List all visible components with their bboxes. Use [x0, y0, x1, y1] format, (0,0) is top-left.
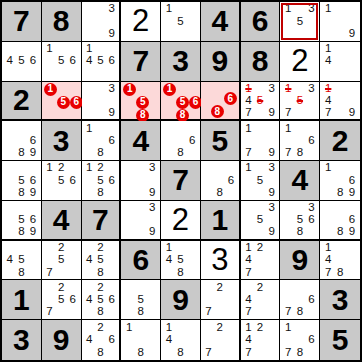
cell-r8c9[interactable]: 3 [320, 280, 360, 320]
candidate-empty [16, 67, 28, 79]
candidate-empty [4, 202, 16, 214]
candidate-empty [123, 109, 136, 122]
candidate-empty [346, 15, 358, 27]
cell-r1c7[interactable]: 6 [241, 2, 281, 42]
candidate-empty [175, 122, 187, 134]
cell-r8c2[interactable]: 2567 [42, 280, 82, 320]
candidate-empty [306, 226, 318, 238]
candidate-empty [225, 334, 236, 347]
cell-r6c1[interactable]: 5689 [2, 201, 42, 241]
cell-r5c7[interactable]: 1359 [241, 161, 281, 201]
candidate-empty [186, 266, 198, 278]
candidate-9: 9 [27, 147, 39, 159]
candidate-empty [136, 83, 149, 96]
candidate-1: 1 [322, 242, 334, 254]
candidate-6: 6 [306, 214, 318, 226]
candidate-grid: 1689 [320, 161, 360, 200]
candidate-5: 5 [16, 55, 28, 67]
candidate-empty [346, 43, 358, 55]
candidate-6: 6 [27, 55, 39, 67]
cell-r6c9[interactable]: 689 [320, 201, 360, 241]
candidate-5: 5 [95, 254, 106, 266]
cell-r1c1[interactable]: 7 [2, 2, 42, 42]
candidate-1: 1 [243, 122, 255, 134]
candidate-3: 3 [266, 162, 278, 174]
candidate-1: 1 [123, 321, 135, 334]
candidate-5-circled: 5 [176, 96, 189, 109]
candidate-empty [67, 266, 79, 278]
candidate-empty [322, 174, 334, 186]
candidate-empty [27, 122, 39, 134]
candidate-empty [106, 242, 117, 254]
candidate-4: 4 [84, 294, 95, 306]
cell-r6c2[interactable]: 4 [42, 201, 82, 241]
cell-r9c8[interactable]: 1678 [280, 320, 320, 360]
cell-r5c2[interactable]: 1256 [42, 161, 82, 201]
candidate-empty [123, 187, 135, 199]
given-digit: 2 [2, 82, 41, 120]
candidate-grid: 18 [121, 320, 160, 360]
candidate-empty [334, 242, 346, 254]
candidate-empty [44, 96, 57, 109]
candidate-empty [175, 28, 187, 40]
cell-r7c6[interactable]: 3 [201, 241, 241, 281]
candidate-4: 4 [4, 254, 16, 266]
cell-r4c2[interactable]: 3 [42, 121, 82, 161]
candidate-5-circled: 5 [57, 96, 70, 109]
candidate-grid: 1359 [241, 161, 280, 200]
cell-r4c4[interactable]: 4 [121, 121, 161, 161]
candidate-empty [123, 214, 135, 226]
candidate-8: 8 [95, 306, 106, 318]
cell-r2c8[interactable]: 2 [280, 42, 320, 82]
candidate-empty [306, 28, 318, 40]
candidate-grid: 179 [241, 121, 280, 160]
candidate-grid: 1247 [241, 241, 280, 280]
candidate-5-eliminated: 5 [254, 94, 266, 106]
cell-r6c8[interactable]: 3568 [280, 201, 320, 241]
candidate-empty [282, 214, 294, 226]
candidate-9: 9 [346, 28, 358, 40]
candidate-empty [67, 281, 79, 293]
cell-r9c2[interactable]: 9 [42, 320, 82, 360]
candidate-grid: 58 [121, 280, 160, 319]
candidate-6-circled: 6 [224, 92, 237, 105]
candidate-empty [322, 226, 334, 238]
cell-r2c3[interactable]: 1456 [82, 42, 122, 82]
candidate-6: 6 [346, 174, 358, 186]
candidate-6: 6 [306, 294, 318, 306]
cell-r7c1[interactable]: 458 [2, 241, 42, 281]
candidate-empty [294, 28, 306, 40]
candidate-empty [294, 334, 306, 347]
cell-r1c9[interactable]: 19 [320, 2, 360, 42]
candidate-1-circled: 1 [163, 83, 176, 96]
candidate-1: 1 [163, 321, 175, 334]
candidate-empty [106, 94, 117, 106]
cell-r9c6[interactable]: 27 [201, 320, 241, 360]
candidate-empty [282, 135, 294, 147]
candidate-empty [176, 83, 189, 96]
candidate-empty [55, 43, 67, 55]
cell-r4c7[interactable]: 179 [241, 121, 281, 161]
candidate-empty [135, 174, 147, 186]
candidate-empty [346, 83, 358, 95]
candidate-grid: 5689 [2, 201, 41, 239]
candidate-empty [84, 135, 95, 147]
cell-r9c3[interactable]: 2468 [82, 320, 122, 360]
candidate-empty [4, 187, 16, 199]
candidate-7: 7 [282, 147, 294, 159]
cell-r1c8[interactable]: 135 [280, 2, 320, 42]
candidate-empty [84, 174, 95, 186]
candidate-grid: 68 [201, 161, 239, 200]
cell-r2c4[interactable]: 7 [121, 42, 161, 82]
cell-r1c4[interactable]: 2 [121, 2, 161, 42]
candidate-grid: 68 [161, 121, 200, 160]
cell-r3c7[interactable]: 134579 [241, 82, 281, 122]
candidate-empty [254, 122, 266, 134]
candidate-8: 8 [175, 346, 187, 359]
candidate-empty [306, 321, 318, 334]
candidate-empty [55, 306, 67, 318]
cell-r5c8[interactable]: 4 [280, 161, 320, 201]
cell-r6c5[interactable]: 2 [161, 201, 201, 241]
solved-digit: 2 [280, 42, 319, 81]
cell-r9c1[interactable]: 3 [2, 320, 42, 360]
candidate-empty [186, 242, 198, 254]
candidate-empty [214, 162, 225, 174]
candidate-grid: 15 [161, 2, 200, 41]
candidate-empty [163, 28, 175, 40]
candidate-8: 8 [294, 226, 306, 238]
cell-r3c6[interactable]: 68 [201, 82, 241, 122]
cell-r3c8[interactable]: 1357 [280, 82, 320, 122]
candidate-grid: 1456 [82, 42, 120, 81]
cell-r3c1[interactable]: 2 [2, 82, 42, 122]
candidate-empty [334, 28, 346, 40]
cell-r6c7[interactable]: 359 [241, 201, 281, 241]
candidate-6: 6 [106, 55, 117, 67]
candidate-8: 8 [135, 346, 147, 359]
candidate-empty [106, 122, 117, 134]
candidate-empty [16, 242, 28, 254]
candidate-6: 6 [27, 214, 39, 226]
candidate-grid: 458 [2, 241, 41, 280]
candidate-8: 8 [95, 346, 106, 359]
candidate-empty [67, 306, 79, 318]
candidate-empty [4, 122, 16, 134]
cell-r2c1[interactable]: 456 [2, 42, 42, 82]
candidate-empty [84, 94, 95, 106]
cell-r1c2[interactable]: 8 [42, 2, 82, 42]
candidate-empty [334, 254, 346, 266]
candidate-empty [225, 346, 236, 359]
candidate-empty [346, 67, 358, 79]
candidate-4: 4 [322, 55, 334, 67]
cell-r1c3[interactable]: 39 [82, 2, 122, 42]
candidate-empty [322, 214, 334, 226]
candidate-5-circled: 5 [136, 96, 149, 109]
given-digit: 4 [201, 2, 239, 41]
candidate-6: 6 [106, 135, 117, 147]
cell-r2c6[interactable]: 9 [201, 42, 241, 82]
candidate-empty [282, 202, 294, 214]
candidate-grid: 39 [121, 201, 160, 239]
candidate-empty [84, 28, 95, 40]
cell-r4c1[interactable]: 689 [2, 121, 42, 161]
candidate-6: 6 [106, 334, 117, 347]
candidate-empty [163, 266, 175, 278]
cell-r5c1[interactable]: 5689 [2, 161, 42, 201]
candidate-empty [214, 306, 225, 318]
candidate-empty [27, 67, 39, 79]
cell-r3c3[interactable]: 39 [82, 82, 122, 122]
candidate-empty [106, 162, 117, 174]
candidate-empty [4, 174, 16, 186]
cell-r5c9[interactable]: 1689 [320, 161, 360, 201]
candidate-empty [84, 187, 95, 199]
cell-r6c4[interactable]: 39 [121, 201, 161, 241]
candidate-2: 2 [55, 281, 67, 293]
candidate-empty [67, 67, 79, 79]
candidate-empty [346, 94, 358, 106]
candidate-empty [266, 135, 278, 147]
candidate-4: 4 [84, 334, 95, 347]
candidate-empty [95, 122, 106, 134]
candidate-empty [57, 83, 70, 96]
candidate-empty [282, 28, 294, 40]
candidate-5-eliminated: 5 [294, 94, 306, 106]
candidate-empty [346, 162, 358, 174]
candidate-empty [254, 254, 266, 266]
candidate-empty [95, 106, 106, 118]
candidate-empty [163, 346, 175, 359]
given-digit: 3 [2, 320, 41, 360]
candidate-9: 9 [147, 187, 159, 199]
candidate-empty [346, 202, 358, 214]
cell-r4c9[interactable]: 2 [320, 121, 360, 161]
candidate-1: 1 [322, 3, 334, 15]
candidate-grid: 689 [2, 121, 41, 160]
candidate-empty [175, 242, 187, 254]
candidate-1-eliminated: 1 [243, 83, 255, 95]
given-digit: 9 [42, 320, 81, 360]
cell-r7c8[interactable]: 9 [280, 241, 320, 281]
candidate-2: 2 [254, 242, 266, 254]
candidate-9: 9 [266, 147, 278, 159]
cell-r8c8[interactable]: 678 [280, 280, 320, 320]
candidate-empty [135, 334, 147, 347]
cell-r3c9[interactable]: 1479 [320, 82, 360, 122]
candidate-5: 5 [294, 214, 306, 226]
cell-r8c5[interactable]: 9 [161, 280, 201, 320]
cell-r4c3[interactable]: 168 [82, 121, 122, 161]
candidate-1-eliminated: 1 [322, 83, 334, 95]
candidate-empty [16, 122, 28, 134]
candidate-empty [44, 254, 56, 266]
candidate-empty [84, 321, 95, 334]
candidate-empty [84, 15, 95, 27]
candidate-empty [203, 281, 214, 293]
candidate-empty [147, 174, 159, 186]
candidate-grid: 1478 [320, 241, 360, 280]
candidate-empty [306, 15, 318, 27]
candidate-empty [306, 306, 318, 318]
candidate-empty [294, 135, 306, 147]
candidate-2: 2 [214, 281, 225, 293]
cell-r8c7[interactable]: 247 [241, 280, 281, 320]
candidate-2: 2 [95, 162, 106, 174]
cell-r5c5[interactable]: 7 [161, 161, 201, 201]
candidate-empty [225, 281, 236, 293]
candidate-5: 5 [294, 15, 306, 27]
candidate-empty [266, 346, 278, 359]
cell-r2c7[interactable]: 8 [241, 42, 281, 82]
cell-r3c5[interactable]: 1568 [161, 82, 201, 122]
candidate-2: 2 [55, 242, 67, 254]
candidate-empty [95, 94, 106, 106]
cell-r9c7[interactable]: 1247 [241, 320, 281, 360]
given-digit: 3 [320, 280, 360, 319]
candidate-empty [163, 122, 175, 134]
candidate-5: 5 [175, 254, 187, 266]
cell-r9c9[interactable]: 5 [320, 320, 360, 360]
candidate-empty [135, 281, 147, 293]
candidate-empty [266, 174, 278, 186]
candidate-empty [84, 266, 95, 278]
cell-r4c5[interactable]: 68 [161, 121, 201, 161]
cell-r7c4[interactable]: 6 [121, 241, 161, 281]
cell-r3c2[interactable]: 156 [42, 82, 82, 122]
candidate-8: 8 [294, 306, 306, 318]
cell-r2c2[interactable]: 156 [42, 42, 82, 82]
candidate-empty [149, 109, 158, 122]
candidate-empty [163, 147, 175, 159]
candidate-empty [175, 135, 187, 147]
candidate-empty [203, 187, 214, 199]
candidate-empty [225, 294, 236, 306]
cell-r7c3[interactable]: 2458 [82, 241, 122, 281]
candidate-6: 6 [106, 174, 117, 186]
candidate-1: 1 [44, 162, 56, 174]
candidate-1: 1 [282, 3, 294, 15]
given-digit: 9 [280, 241, 319, 280]
candidate-6: 6 [27, 135, 39, 147]
cell-r9c4[interactable]: 18 [121, 320, 161, 360]
candidate-grid: 19 [320, 2, 360, 41]
candidate-5: 5 [254, 214, 266, 226]
cell-r7c2[interactable]: 257 [42, 241, 82, 281]
candidate-1: 1 [84, 122, 95, 134]
candidate-empty [95, 43, 106, 55]
cell-r6c6[interactable]: 1 [201, 201, 241, 241]
cell-r6c3[interactable]: 7 [82, 201, 122, 241]
cell-r8c3[interactable]: 24568 [82, 280, 122, 320]
candidate-empty [254, 135, 266, 147]
cell-r7c9[interactable]: 1478 [320, 241, 360, 281]
cell-r2c5[interactable]: 3 [161, 42, 201, 82]
cell-r2c9[interactable]: 14 [320, 42, 360, 82]
candidate-empty [44, 55, 56, 67]
candidate-empty [334, 43, 346, 55]
candidate-grid: 1678 [280, 121, 319, 160]
candidate-grid: 148 [161, 320, 200, 360]
candidate-empty [123, 162, 135, 174]
given-digit: 2 [320, 121, 360, 160]
candidate-empty [225, 162, 236, 174]
cell-r4c8[interactable]: 1678 [280, 121, 320, 161]
cell-r5c4[interactable]: 39 [121, 161, 161, 201]
candidate-grid: 1357 [280, 82, 319, 120]
candidate-9: 9 [346, 106, 358, 118]
candidate-empty [282, 15, 294, 27]
candidate-6: 6 [67, 55, 79, 67]
candidate-empty [214, 346, 225, 359]
candidate-grid: 27 [201, 280, 239, 319]
candidate-9: 9 [106, 106, 117, 118]
candidate-empty [55, 67, 67, 79]
candidate-empty [67, 43, 79, 55]
cell-r7c5[interactable]: 1458 [161, 241, 201, 281]
cell-r8c1[interactable]: 1 [2, 280, 42, 320]
cell-r1c6[interactable]: 4 [201, 2, 241, 42]
candidate-empty [44, 242, 56, 254]
cell-r8c6[interactable]: 27 [201, 280, 241, 320]
candidate-empty [322, 15, 334, 27]
candidate-4: 4 [163, 334, 175, 347]
candidate-empty [225, 306, 236, 318]
cell-r7c7[interactable]: 1247 [241, 241, 281, 281]
candidate-empty [346, 3, 358, 15]
candidate-empty [254, 106, 266, 118]
candidate-1-circled: 1 [44, 83, 57, 96]
cell-r3c4[interactable]: 158 [121, 82, 161, 122]
candidate-empty [346, 242, 358, 254]
candidate-empty [67, 254, 79, 266]
candidate-grid: 1479 [320, 82, 360, 120]
given-digit: 9 [161, 280, 200, 319]
candidate-empty [306, 122, 318, 134]
candidate-1: 1 [84, 43, 95, 55]
candidate-empty [67, 242, 79, 254]
cell-r1c5[interactable]: 15 [161, 2, 201, 42]
candidate-empty [294, 294, 306, 306]
candidate-grid: 135 [280, 2, 319, 41]
candidate-5: 5 [55, 55, 67, 67]
candidate-empty [163, 135, 175, 147]
candidate-1-circled: 1 [123, 83, 136, 96]
cell-r5c6[interactable]: 68 [201, 161, 241, 201]
candidate-5: 5 [95, 294, 106, 306]
candidate-empty [186, 122, 198, 134]
candidate-5: 5 [55, 174, 67, 186]
cell-r9c5[interactable]: 148 [161, 320, 201, 360]
candidate-4: 4 [243, 334, 255, 347]
candidate-empty [266, 334, 278, 347]
cell-r4c6[interactable]: 5 [201, 121, 241, 161]
cell-r5c3[interactable]: 12568 [82, 161, 122, 201]
candidate-empty [186, 346, 198, 359]
given-digit: 4 [280, 161, 319, 200]
candidate-grid: 1568 [161, 82, 200, 120]
candidate-empty [163, 15, 175, 27]
candidate-empty [44, 187, 56, 199]
cell-r8c4[interactable]: 58 [121, 280, 161, 320]
candidate-9: 9 [346, 187, 358, 199]
candidate-6: 6 [186, 135, 198, 147]
candidate-empty [306, 106, 318, 118]
